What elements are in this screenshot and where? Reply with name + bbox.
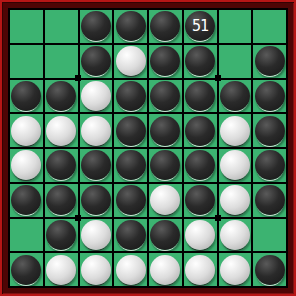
white-disc xyxy=(220,150,250,180)
white-disc xyxy=(185,255,215,285)
cell-h3[interactable] xyxy=(253,80,286,113)
cell-a7[interactable] xyxy=(10,219,43,252)
white-disc xyxy=(46,255,76,285)
board-frame: 51 xyxy=(0,0,296,296)
cell-f8[interactable] xyxy=(184,253,217,286)
white-disc xyxy=(11,116,41,146)
black-disc xyxy=(116,116,146,146)
cell-g7[interactable] xyxy=(219,219,252,252)
last-move-number: 51 xyxy=(192,19,208,34)
black-disc: 51 xyxy=(185,11,215,41)
cell-f5[interactable] xyxy=(184,149,217,182)
cell-e1[interactable] xyxy=(149,10,182,43)
star-point xyxy=(75,215,81,221)
white-disc xyxy=(81,116,111,146)
cell-e5[interactable] xyxy=(149,149,182,182)
cell-g4[interactable] xyxy=(219,114,252,147)
cell-h6[interactable] xyxy=(253,184,286,217)
white-disc xyxy=(220,255,250,285)
cell-g8[interactable] xyxy=(219,253,252,286)
black-disc xyxy=(150,46,180,76)
black-disc xyxy=(150,220,180,250)
cell-e4[interactable] xyxy=(149,114,182,147)
black-disc xyxy=(46,150,76,180)
cell-b1[interactable] xyxy=(45,10,78,43)
cell-a3[interactable] xyxy=(10,80,43,113)
cell-d7[interactable] xyxy=(114,219,147,252)
cell-d5[interactable] xyxy=(114,149,147,182)
black-disc xyxy=(116,185,146,215)
black-disc xyxy=(116,11,146,41)
cell-c7[interactable] xyxy=(80,219,113,252)
board-border: 51 xyxy=(8,8,288,288)
cell-g5[interactable] xyxy=(219,149,252,182)
cell-f2[interactable] xyxy=(184,45,217,78)
cell-b7[interactable] xyxy=(45,219,78,252)
cell-e3[interactable] xyxy=(149,80,182,113)
black-disc xyxy=(255,255,285,285)
cell-g3[interactable] xyxy=(219,80,252,113)
black-disc xyxy=(81,11,111,41)
white-disc xyxy=(116,255,146,285)
cell-a1[interactable] xyxy=(10,10,43,43)
black-disc xyxy=(185,81,215,111)
white-disc xyxy=(220,116,250,146)
black-disc xyxy=(81,46,111,76)
black-disc xyxy=(185,150,215,180)
black-disc xyxy=(46,220,76,250)
cell-c2[interactable] xyxy=(80,45,113,78)
cell-b8[interactable] xyxy=(45,253,78,286)
cell-a2[interactable] xyxy=(10,45,43,78)
cell-b6[interactable] xyxy=(45,184,78,217)
black-disc xyxy=(255,150,285,180)
black-disc xyxy=(11,255,41,285)
black-disc xyxy=(255,46,285,76)
white-disc xyxy=(150,255,180,285)
cell-b4[interactable] xyxy=(45,114,78,147)
black-disc xyxy=(116,150,146,180)
cell-d3[interactable] xyxy=(114,80,147,113)
black-disc xyxy=(185,116,215,146)
cell-d2[interactable] xyxy=(114,45,147,78)
white-disc xyxy=(150,185,180,215)
cell-c6[interactable] xyxy=(80,184,113,217)
white-disc xyxy=(185,220,215,250)
black-disc xyxy=(255,81,285,111)
cell-h8[interactable] xyxy=(253,253,286,286)
cell-a8[interactable] xyxy=(10,253,43,286)
black-disc xyxy=(185,185,215,215)
cell-c8[interactable] xyxy=(80,253,113,286)
cell-g1[interactable] xyxy=(219,10,252,43)
white-disc xyxy=(81,255,111,285)
star-point xyxy=(215,215,221,221)
star-point xyxy=(215,75,221,81)
cell-h7[interactable] xyxy=(253,219,286,252)
cell-b5[interactable] xyxy=(45,149,78,182)
cell-c4[interactable] xyxy=(80,114,113,147)
cell-f1[interactable]: 51 xyxy=(184,10,217,43)
black-disc xyxy=(220,81,250,111)
cell-f3[interactable] xyxy=(184,80,217,113)
black-disc xyxy=(81,150,111,180)
white-disc xyxy=(220,185,250,215)
white-disc xyxy=(220,220,250,250)
cell-f4[interactable] xyxy=(184,114,217,147)
black-disc xyxy=(116,220,146,250)
black-disc xyxy=(46,185,76,215)
black-disc xyxy=(150,150,180,180)
black-disc xyxy=(81,185,111,215)
black-disc xyxy=(255,116,285,146)
cell-f6[interactable] xyxy=(184,184,217,217)
white-disc xyxy=(116,46,146,76)
cell-a4[interactable] xyxy=(10,114,43,147)
cell-b3[interactable] xyxy=(45,80,78,113)
cell-b2[interactable] xyxy=(45,45,78,78)
othello-board: 51 xyxy=(10,10,286,286)
black-disc xyxy=(150,81,180,111)
cell-a5[interactable] xyxy=(10,149,43,182)
cell-f7[interactable] xyxy=(184,219,217,252)
cell-d1[interactable] xyxy=(114,10,147,43)
black-disc xyxy=(255,185,285,215)
cell-e8[interactable] xyxy=(149,253,182,286)
cell-c3[interactable] xyxy=(80,80,113,113)
black-disc xyxy=(46,81,76,111)
cell-e2[interactable] xyxy=(149,45,182,78)
cell-h1[interactable] xyxy=(253,10,286,43)
white-disc xyxy=(46,116,76,146)
white-disc xyxy=(81,81,111,111)
cell-a6[interactable] xyxy=(10,184,43,217)
black-disc xyxy=(150,116,180,146)
cell-h5[interactable] xyxy=(253,149,286,182)
cell-d4[interactable] xyxy=(114,114,147,147)
black-disc xyxy=(116,81,146,111)
black-disc xyxy=(11,185,41,215)
cell-e6[interactable] xyxy=(149,184,182,217)
white-disc xyxy=(81,220,111,250)
cell-c1[interactable] xyxy=(80,10,113,43)
cell-g2[interactable] xyxy=(219,45,252,78)
black-disc xyxy=(185,46,215,76)
cell-h4[interactable] xyxy=(253,114,286,147)
cell-e7[interactable] xyxy=(149,219,182,252)
cell-c5[interactable] xyxy=(80,149,113,182)
white-disc xyxy=(11,150,41,180)
cell-h2[interactable] xyxy=(253,45,286,78)
star-point xyxy=(75,75,81,81)
cell-d6[interactable] xyxy=(114,184,147,217)
cell-g6[interactable] xyxy=(219,184,252,217)
cell-d8[interactable] xyxy=(114,253,147,286)
black-disc xyxy=(11,81,41,111)
black-disc xyxy=(150,11,180,41)
